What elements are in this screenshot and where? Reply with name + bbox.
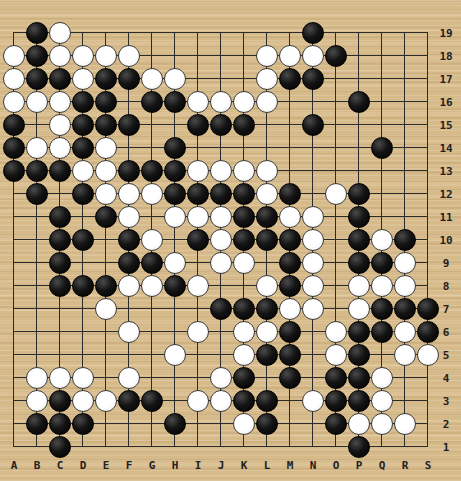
intersection-L5[interactable] [256,344,279,367]
intersection-L15[interactable] [256,114,279,137]
intersection-M16[interactable] [279,91,302,114]
intersection-P19[interactable] [348,22,371,45]
intersection-P1[interactable] [348,436,371,459]
intersection-M12[interactable] [279,183,302,206]
intersection-N6[interactable] [302,321,325,344]
intersection-D15[interactable] [72,114,95,137]
intersection-K5[interactable] [233,344,256,367]
intersection-M2[interactable] [279,413,302,436]
intersection-R7[interactable] [394,298,417,321]
intersection-J12[interactable] [210,183,233,206]
intersection-N15[interactable] [302,114,325,137]
intersection-E11[interactable] [95,206,118,229]
intersection-K4[interactable] [233,367,256,390]
intersection-A19[interactable] [3,22,26,45]
intersection-K14[interactable] [233,137,256,160]
intersection-E10[interactable] [95,229,118,252]
intersection-F16[interactable] [118,91,141,114]
intersection-R9[interactable] [394,252,417,275]
intersection-H18[interactable] [164,45,187,68]
intersection-C6[interactable] [49,321,72,344]
intersection-P13[interactable] [348,160,371,183]
intersection-Q13[interactable] [371,160,394,183]
intersection-G1[interactable] [141,436,164,459]
intersection-K1[interactable] [233,436,256,459]
intersection-N18[interactable] [302,45,325,68]
intersection-N12[interactable] [302,183,325,206]
intersection-R12[interactable] [394,183,417,206]
intersection-O4[interactable] [325,367,348,390]
intersection-A5[interactable] [3,344,26,367]
intersection-I17[interactable] [187,68,210,91]
intersection-F19[interactable] [118,22,141,45]
intersection-C18[interactable] [49,45,72,68]
intersection-Q8[interactable] [371,275,394,298]
intersection-O3[interactable] [325,390,348,413]
intersection-G6[interactable] [141,321,164,344]
intersection-C11[interactable] [49,206,72,229]
intersection-O5[interactable] [325,344,348,367]
intersection-J11[interactable] [210,206,233,229]
intersection-D13[interactable] [72,160,95,183]
intersection-H8[interactable] [164,275,187,298]
intersection-I8[interactable] [187,275,210,298]
intersection-P2[interactable] [348,413,371,436]
intersection-D5[interactable] [72,344,95,367]
intersection-B3[interactable] [26,390,49,413]
intersection-M17[interactable] [279,68,302,91]
intersection-C10[interactable] [49,229,72,252]
intersection-L17[interactable] [256,68,279,91]
intersection-A17[interactable] [3,68,26,91]
intersection-J17[interactable] [210,68,233,91]
intersection-B16[interactable] [26,91,49,114]
intersection-I10[interactable] [187,229,210,252]
intersection-P16[interactable] [348,91,371,114]
intersection-B8[interactable] [26,275,49,298]
intersection-B7[interactable] [26,298,49,321]
intersection-P12[interactable] [348,183,371,206]
intersection-Q15[interactable] [371,114,394,137]
intersection-Q10[interactable] [371,229,394,252]
intersection-K2[interactable] [233,413,256,436]
intersection-J10[interactable] [210,229,233,252]
intersection-L8[interactable] [256,275,279,298]
intersection-K9[interactable] [233,252,256,275]
intersection-O16[interactable] [325,91,348,114]
intersection-O11[interactable] [325,206,348,229]
intersection-H9[interactable] [164,252,187,275]
intersection-J6[interactable] [210,321,233,344]
intersection-N7[interactable] [302,298,325,321]
intersection-M18[interactable] [279,45,302,68]
intersection-Q3[interactable] [371,390,394,413]
intersection-N1[interactable] [302,436,325,459]
intersection-E17[interactable] [95,68,118,91]
intersection-J13[interactable] [210,160,233,183]
intersection-G7[interactable] [141,298,164,321]
intersection-D2[interactable] [72,413,95,436]
intersection-K15[interactable] [233,114,256,137]
intersection-H10[interactable] [164,229,187,252]
intersection-E1[interactable] [95,436,118,459]
intersection-D3[interactable] [72,390,95,413]
intersection-F10[interactable] [118,229,141,252]
intersection-P10[interactable] [348,229,371,252]
intersection-K3[interactable] [233,390,256,413]
intersection-D9[interactable] [72,252,95,275]
intersection-N11[interactable] [302,206,325,229]
intersection-Q16[interactable] [371,91,394,114]
intersection-H13[interactable] [164,160,187,183]
intersection-H2[interactable] [164,413,187,436]
intersection-B4[interactable] [26,367,49,390]
intersection-F18[interactable] [118,45,141,68]
intersection-P11[interactable] [348,206,371,229]
intersection-L6[interactable] [256,321,279,344]
intersection-L19[interactable] [256,22,279,45]
intersection-G15[interactable] [141,114,164,137]
intersection-C15[interactable] [49,114,72,137]
intersection-J7[interactable] [210,298,233,321]
intersection-A6[interactable] [3,321,26,344]
intersection-A18[interactable] [3,45,26,68]
intersection-C7[interactable] [49,298,72,321]
intersection-O17[interactable] [325,68,348,91]
intersection-E5[interactable] [95,344,118,367]
intersection-H6[interactable] [164,321,187,344]
intersection-L7[interactable] [256,298,279,321]
intersection-M4[interactable] [279,367,302,390]
intersection-F9[interactable] [118,252,141,275]
intersection-E7[interactable] [95,298,118,321]
intersection-C4[interactable] [49,367,72,390]
intersection-O13[interactable] [325,160,348,183]
intersection-F14[interactable] [118,137,141,160]
intersection-M19[interactable] [279,22,302,45]
intersection-Q1[interactable] [371,436,394,459]
intersection-H5[interactable] [164,344,187,367]
intersection-H11[interactable] [164,206,187,229]
intersection-R4[interactable] [394,367,417,390]
intersection-F8[interactable] [118,275,141,298]
intersection-A9[interactable] [3,252,26,275]
intersection-L18[interactable] [256,45,279,68]
intersection-M1[interactable] [279,436,302,459]
intersection-K19[interactable] [233,22,256,45]
intersection-L13[interactable] [256,160,279,183]
intersection-H7[interactable] [164,298,187,321]
intersection-G18[interactable] [141,45,164,68]
intersection-F6[interactable] [118,321,141,344]
intersection-A13[interactable] [3,160,26,183]
intersection-P6[interactable] [348,321,371,344]
intersection-L14[interactable] [256,137,279,160]
intersection-J19[interactable] [210,22,233,45]
intersection-M14[interactable] [279,137,302,160]
intersection-E6[interactable] [95,321,118,344]
intersection-I19[interactable] [187,22,210,45]
intersection-O8[interactable] [325,275,348,298]
intersection-E2[interactable] [95,413,118,436]
intersection-O12[interactable] [325,183,348,206]
intersection-D4[interactable] [72,367,95,390]
intersection-A1[interactable] [3,436,26,459]
intersection-A8[interactable] [3,275,26,298]
intersection-B19[interactable] [26,22,49,45]
intersection-D17[interactable] [72,68,95,91]
intersection-F13[interactable] [118,160,141,183]
intersection-I3[interactable] [187,390,210,413]
intersection-R19[interactable] [394,22,417,45]
intersection-A2[interactable] [3,413,26,436]
intersection-L2[interactable] [256,413,279,436]
intersection-D7[interactable] [72,298,95,321]
intersection-C2[interactable] [49,413,72,436]
intersection-K7[interactable] [233,298,256,321]
intersection-M8[interactable] [279,275,302,298]
intersection-D19[interactable] [72,22,95,45]
intersection-I4[interactable] [187,367,210,390]
intersection-R18[interactable] [394,45,417,68]
intersection-J1[interactable] [210,436,233,459]
intersection-F7[interactable] [118,298,141,321]
intersection-P17[interactable] [348,68,371,91]
intersection-I16[interactable] [187,91,210,114]
intersection-Q18[interactable] [371,45,394,68]
intersection-L3[interactable] [256,390,279,413]
intersection-Q7[interactable] [371,298,394,321]
intersection-Q5[interactable] [371,344,394,367]
intersection-A16[interactable] [3,91,26,114]
intersection-J15[interactable] [210,114,233,137]
intersection-G10[interactable] [141,229,164,252]
intersection-Q4[interactable] [371,367,394,390]
intersection-D10[interactable] [72,229,95,252]
intersection-P5[interactable] [348,344,371,367]
intersection-E3[interactable] [95,390,118,413]
intersection-R2[interactable] [394,413,417,436]
intersection-E19[interactable] [95,22,118,45]
intersection-G17[interactable] [141,68,164,91]
intersection-R17[interactable] [394,68,417,91]
intersection-I18[interactable] [187,45,210,68]
intersection-L11[interactable] [256,206,279,229]
intersection-K16[interactable] [233,91,256,114]
intersection-B18[interactable] [26,45,49,68]
intersection-C17[interactable] [49,68,72,91]
intersection-R5[interactable] [394,344,417,367]
intersection-R16[interactable] [394,91,417,114]
intersection-J18[interactable] [210,45,233,68]
intersection-A7[interactable] [3,298,26,321]
intersection-N10[interactable] [302,229,325,252]
intersection-B13[interactable] [26,160,49,183]
intersection-R1[interactable] [394,436,417,459]
intersection-G4[interactable] [141,367,164,390]
intersection-C19[interactable] [49,22,72,45]
intersection-N3[interactable] [302,390,325,413]
intersection-D11[interactable] [72,206,95,229]
intersection-G13[interactable] [141,160,164,183]
intersection-J2[interactable] [210,413,233,436]
intersection-C14[interactable] [49,137,72,160]
intersection-R13[interactable] [394,160,417,183]
intersection-D1[interactable] [72,436,95,459]
intersection-H3[interactable] [164,390,187,413]
intersection-M13[interactable] [279,160,302,183]
intersection-L9[interactable] [256,252,279,275]
intersection-E9[interactable] [95,252,118,275]
intersection-C16[interactable] [49,91,72,114]
intersection-R8[interactable] [394,275,417,298]
intersection-G16[interactable] [141,91,164,114]
intersection-G11[interactable] [141,206,164,229]
intersection-K6[interactable] [233,321,256,344]
intersection-R11[interactable] [394,206,417,229]
intersection-L10[interactable] [256,229,279,252]
intersection-O15[interactable] [325,114,348,137]
intersection-J16[interactable] [210,91,233,114]
intersection-J8[interactable] [210,275,233,298]
intersection-N17[interactable] [302,68,325,91]
intersection-B5[interactable] [26,344,49,367]
intersection-C13[interactable] [49,160,72,183]
intersection-M5[interactable] [279,344,302,367]
intersection-A14[interactable] [3,137,26,160]
intersection-I14[interactable] [187,137,210,160]
intersection-E13[interactable] [95,160,118,183]
intersection-L1[interactable] [256,436,279,459]
intersection-G9[interactable] [141,252,164,275]
intersection-H1[interactable] [164,436,187,459]
intersection-N9[interactable] [302,252,325,275]
intersection-J9[interactable] [210,252,233,275]
intersection-E14[interactable] [95,137,118,160]
intersection-O19[interactable] [325,22,348,45]
intersection-Q14[interactable] [371,137,394,160]
intersection-R3[interactable] [394,390,417,413]
intersection-F3[interactable] [118,390,141,413]
intersection-G2[interactable] [141,413,164,436]
intersection-A15[interactable] [3,114,26,137]
intersection-G8[interactable] [141,275,164,298]
intersection-O2[interactable] [325,413,348,436]
intersection-L12[interactable] [256,183,279,206]
intersection-Q19[interactable] [371,22,394,45]
intersection-C5[interactable] [49,344,72,367]
intersection-H16[interactable] [164,91,187,114]
intersection-C9[interactable] [49,252,72,275]
intersection-I1[interactable] [187,436,210,459]
intersection-I12[interactable] [187,183,210,206]
intersection-F12[interactable] [118,183,141,206]
intersection-D14[interactable] [72,137,95,160]
intersection-K13[interactable] [233,160,256,183]
intersection-P9[interactable] [348,252,371,275]
intersection-B2[interactable] [26,413,49,436]
intersection-E18[interactable] [95,45,118,68]
intersection-N16[interactable] [302,91,325,114]
intersection-B14[interactable] [26,137,49,160]
intersection-I11[interactable] [187,206,210,229]
intersection-N19[interactable] [302,22,325,45]
intersection-M10[interactable] [279,229,302,252]
intersection-O18[interactable] [325,45,348,68]
intersection-B17[interactable] [26,68,49,91]
intersection-A4[interactable] [3,367,26,390]
intersection-H4[interactable] [164,367,187,390]
intersection-I13[interactable] [187,160,210,183]
intersection-H15[interactable] [164,114,187,137]
intersection-P3[interactable] [348,390,371,413]
intersection-N2[interactable] [302,413,325,436]
intersection-A12[interactable] [3,183,26,206]
intersection-O1[interactable] [325,436,348,459]
intersection-B6[interactable] [26,321,49,344]
intersection-D16[interactable] [72,91,95,114]
intersection-I6[interactable] [187,321,210,344]
intersection-D6[interactable] [72,321,95,344]
intersection-Q6[interactable] [371,321,394,344]
intersection-Q2[interactable] [371,413,394,436]
intersection-Q12[interactable] [371,183,394,206]
intersection-N13[interactable] [302,160,325,183]
intersection-P8[interactable] [348,275,371,298]
intersection-F11[interactable] [118,206,141,229]
intersection-K11[interactable] [233,206,256,229]
intersection-D8[interactable] [72,275,95,298]
intersection-I2[interactable] [187,413,210,436]
intersection-R15[interactable] [394,114,417,137]
intersection-L4[interactable] [256,367,279,390]
intersection-F5[interactable] [118,344,141,367]
intersection-I9[interactable] [187,252,210,275]
intersection-O9[interactable] [325,252,348,275]
intersection-K12[interactable] [233,183,256,206]
intersection-B1[interactable] [26,436,49,459]
intersection-N8[interactable] [302,275,325,298]
intersection-N14[interactable] [302,137,325,160]
intersection-I15[interactable] [187,114,210,137]
intersection-G19[interactable] [141,22,164,45]
intersection-A3[interactable] [3,390,26,413]
intersection-G14[interactable] [141,137,164,160]
intersection-L16[interactable] [256,91,279,114]
intersection-P14[interactable] [348,137,371,160]
intersection-P15[interactable] [348,114,371,137]
intersection-D12[interactable] [72,183,95,206]
intersection-N5[interactable] [302,344,325,367]
intersection-A10[interactable] [3,229,26,252]
intersection-M6[interactable] [279,321,302,344]
intersection-H12[interactable] [164,183,187,206]
intersection-J3[interactable] [210,390,233,413]
intersection-B11[interactable] [26,206,49,229]
intersection-B15[interactable] [26,114,49,137]
intersection-J4[interactable] [210,367,233,390]
intersection-C1[interactable] [49,436,72,459]
intersection-R6[interactable] [394,321,417,344]
intersection-F1[interactable] [118,436,141,459]
intersection-C12[interactable] [49,183,72,206]
intersection-K17[interactable] [233,68,256,91]
intersection-B9[interactable] [26,252,49,275]
intersection-C3[interactable] [49,390,72,413]
intersection-G5[interactable] [141,344,164,367]
intersection-F15[interactable] [118,114,141,137]
intersection-E16[interactable] [95,91,118,114]
